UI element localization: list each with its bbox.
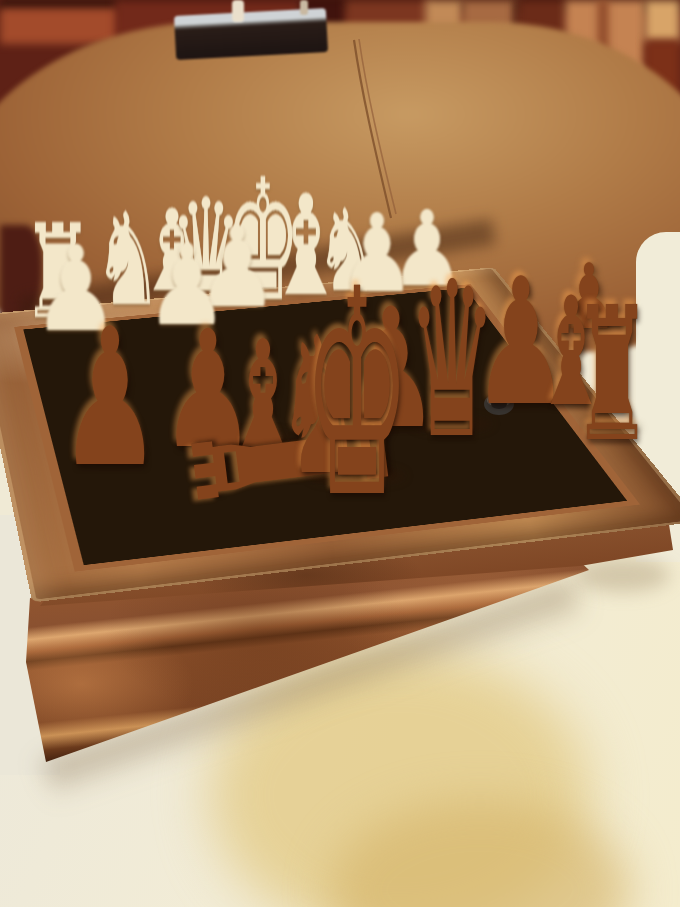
small-stick-behind-sofa xyxy=(300,0,308,15)
white-stick-behind-sofa xyxy=(232,0,244,22)
piece-dark-rook: ♜ xyxy=(572,283,652,468)
background-furniture-patch xyxy=(0,8,120,44)
remote-on-sofa xyxy=(174,8,328,60)
piece-dark-king: ♚ xyxy=(303,252,410,537)
piece-dark-pawn: ♟ xyxy=(59,304,161,494)
background-furniture-patch xyxy=(645,0,680,42)
photo-scene: ♜♟♞♝♟♛♟♚♝♞♟♟♟♟♝♞♚♟♛♟♟♝♜♜ xyxy=(0,0,680,907)
